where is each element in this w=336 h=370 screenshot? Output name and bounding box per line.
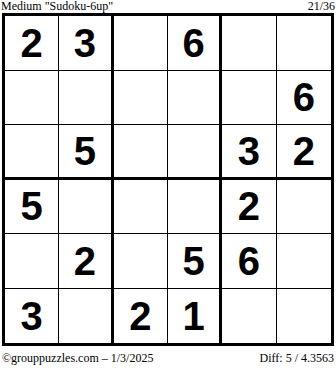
- cell-r6c2-empty[interactable]: [59, 289, 113, 344]
- header: Medium "Sudoku-6up" 21/36: [1, 0, 335, 13]
- puzzle-counter: 21/36: [308, 0, 335, 13]
- cell-r6c1-given: 3: [5, 289, 59, 344]
- cell-r6c3-given: 2: [114, 289, 168, 344]
- cell-r2c2-empty[interactable]: [59, 71, 113, 126]
- difficulty-text: Diff: 5 / 4.3563: [260, 351, 334, 365]
- cell-r6c4-given: 1: [168, 289, 222, 344]
- cell-r2c1-empty[interactable]: [5, 71, 59, 126]
- cell-r4c6-empty[interactable]: [277, 180, 331, 235]
- cell-r4c5-given: 2: [222, 180, 276, 235]
- cell-r1c3-empty[interactable]: [114, 16, 168, 71]
- cell-r2c5-empty[interactable]: [222, 71, 276, 126]
- cell-r1c5-empty[interactable]: [222, 16, 276, 71]
- cell-r3c5-given: 3: [222, 125, 276, 180]
- cell-r5c6-empty[interactable]: [277, 234, 331, 289]
- cell-r4c3-empty[interactable]: [114, 180, 168, 235]
- cell-r2c3-empty[interactable]: [114, 71, 168, 126]
- footer: ©grouppuzzles.com – 1/3/2025 Diff: 5 / 4…: [2, 351, 334, 365]
- cell-r5c1-empty[interactable]: [5, 234, 59, 289]
- cell-r3c1-empty[interactable]: [5, 125, 59, 180]
- cell-r1c2-given: 3: [59, 16, 113, 71]
- copyright-text: ©grouppuzzles.com – 1/3/2025: [2, 351, 153, 365]
- cell-r4c2-empty[interactable]: [59, 180, 113, 235]
- cell-r6c5-empty[interactable]: [222, 289, 276, 344]
- cell-r1c6-empty[interactable]: [277, 16, 331, 71]
- cell-r2c4-empty[interactable]: [168, 71, 222, 126]
- cell-r4c4-empty[interactable]: [168, 180, 222, 235]
- cell-r1c4-given: 6: [168, 16, 222, 71]
- puzzle-title: Medium "Sudoku-6up": [1, 0, 113, 13]
- cell-r4c1-given: 5: [5, 180, 59, 235]
- cell-r5c5-given: 6: [222, 234, 276, 289]
- sudoku-page: Medium "Sudoku-6up" 21/36 23665325225632…: [0, 0, 336, 370]
- cell-r5c2-given: 2: [59, 234, 113, 289]
- cell-r3c4-empty[interactable]: [168, 125, 222, 180]
- sudoku-board: 236653252256321: [2, 13, 334, 346]
- cell-r3c6-given: 2: [277, 125, 331, 180]
- cell-r3c2-given: 5: [59, 125, 113, 180]
- cell-r5c3-empty[interactable]: [114, 234, 168, 289]
- cell-r5c4-given: 5: [168, 234, 222, 289]
- cell-r3c3-empty[interactable]: [114, 125, 168, 180]
- cell-r2c6-given: 6: [277, 71, 331, 126]
- cell-r6c6-empty[interactable]: [277, 289, 331, 344]
- cell-r1c1-given: 2: [5, 16, 59, 71]
